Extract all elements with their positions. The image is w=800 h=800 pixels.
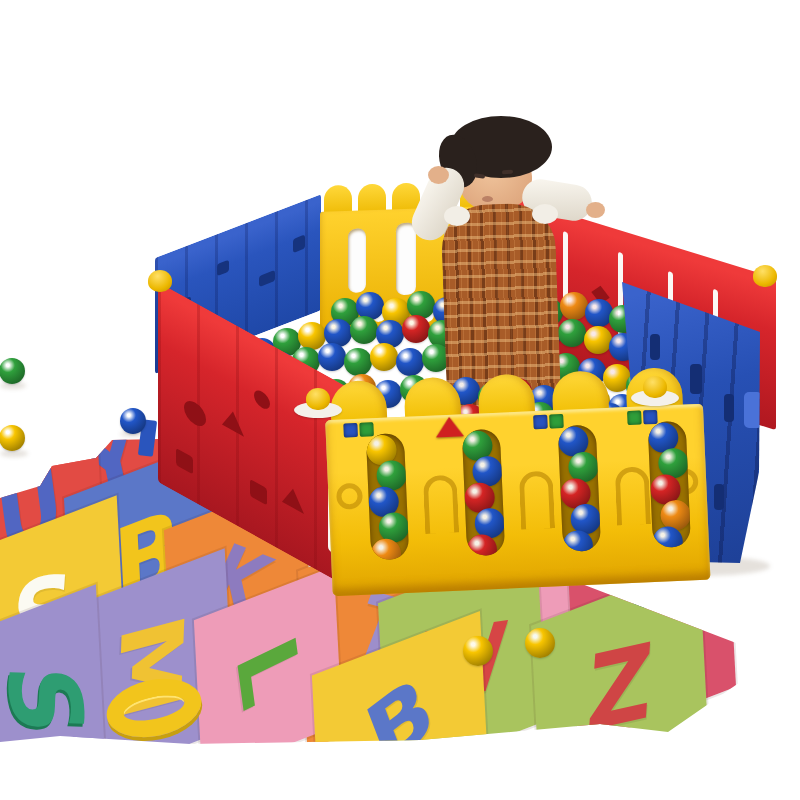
toddler-eye: [502, 170, 513, 175]
slot-balls: [462, 429, 505, 557]
panel-ball-slot: [366, 433, 409, 561]
connector-knob: [753, 265, 777, 287]
panel-hole: [714, 484, 724, 510]
panel-cutout: [627, 411, 642, 426]
ball: [318, 343, 346, 371]
panel-hole: [293, 234, 305, 253]
panel-ball-slot: [648, 421, 691, 549]
toddler-shirt-shoulder: [532, 204, 558, 224]
ball: [120, 408, 146, 434]
product-photo-scene: Y U B K S M T L W C Z B S: [0, 0, 800, 800]
panel-cutout: [359, 422, 374, 437]
loose-foam-letter-s: S: [0, 664, 108, 736]
toddler-shirt-shoulder: [444, 206, 470, 226]
panel-ball-slot: [462, 429, 505, 557]
panel-ornament-triangle: [222, 405, 244, 436]
panel-cutout: [533, 415, 548, 430]
ball: [350, 316, 378, 344]
panel-ornament-square: [176, 448, 193, 474]
slot-balls: [366, 433, 409, 561]
mat-letter: Z: [529, 571, 710, 800]
panel-body: [325, 404, 710, 596]
panel-ornament-circle: [184, 396, 206, 430]
connector-knob: [148, 270, 172, 292]
toddler-right-hand: [586, 202, 605, 218]
panel-ornament-triangle: [282, 483, 304, 514]
panel-ball-slot: [558, 425, 601, 553]
shadow: [0, 450, 28, 457]
panel-cutout: [549, 414, 564, 429]
connector-knob: [306, 388, 330, 410]
slot-balls: [558, 425, 601, 553]
toddler-left-hand: [428, 166, 449, 184]
panel-slot: [396, 223, 416, 296]
panel-ornament-circle: [336, 483, 363, 510]
ball: [525, 628, 555, 658]
connector-knob: [643, 376, 667, 398]
ball: [344, 348, 372, 376]
panel-hinge-tab: [744, 392, 762, 428]
toddler-mouth: [482, 196, 493, 202]
ball: [463, 636, 493, 666]
panel-ornament-circle: [254, 387, 270, 412]
ball: [0, 425, 25, 451]
slot-balls: [648, 421, 691, 549]
ball: [0, 358, 25, 384]
panel-slot: [348, 228, 366, 293]
panel-cutout: [343, 423, 358, 438]
panel-hole: [650, 334, 660, 360]
panel-cutout: [643, 410, 658, 425]
panel-ornament-arch: [423, 475, 459, 534]
panel-ornament-arch: [519, 470, 555, 529]
panel-hole: [724, 394, 734, 422]
panel-ornament-arch: [615, 466, 651, 525]
panel-ornament-square: [250, 479, 267, 505]
panel-cutout-triangle: [435, 416, 464, 437]
panel-hole: [217, 260, 229, 277]
panel-hole: [259, 270, 275, 287]
ball: [370, 343, 398, 371]
